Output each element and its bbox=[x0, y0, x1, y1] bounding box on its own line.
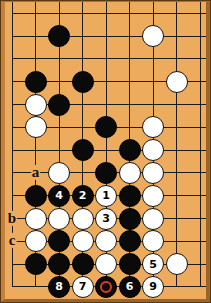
black-stone bbox=[119, 230, 141, 252]
white-stone bbox=[95, 253, 117, 275]
intersection-c7-r11[interactable] bbox=[141, 230, 165, 253]
grid-line-vertical bbox=[176, 184, 177, 207]
grid-line-vertical bbox=[12, 253, 13, 276]
intersection-c8-r5[interactable] bbox=[165, 93, 189, 116]
grid-line-vertical bbox=[106, 2, 107, 25]
grid-line-vertical bbox=[12, 184, 13, 207]
intersection-c2-r10[interactable] bbox=[24, 207, 48, 230]
grid-line-vertical bbox=[200, 139, 201, 162]
black-stone bbox=[72, 71, 94, 93]
intersection-c1-r3[interactable] bbox=[5, 48, 24, 71]
grid-line-horizontal bbox=[188, 218, 206, 219]
intersection-c3-r12[interactable] bbox=[47, 253, 71, 276]
intersection-c8-r6[interactable] bbox=[165, 116, 189, 139]
white-stone bbox=[142, 230, 164, 252]
intersection-c5-r5[interactable] bbox=[94, 93, 118, 116]
black-stone: 8 bbox=[48, 276, 70, 298]
grid-line-horizontal bbox=[188, 13, 206, 14]
grid-line-vertical bbox=[12, 93, 13, 116]
intersection-c9-r7[interactable] bbox=[188, 139, 206, 162]
grid-line-vertical bbox=[35, 139, 36, 162]
white-stone bbox=[25, 94, 47, 116]
intersection-c2-r2[interactable] bbox=[24, 25, 48, 48]
intersection-c5-r3[interactable] bbox=[94, 48, 118, 71]
grid-line-vertical bbox=[12, 116, 13, 139]
grid-line-horizontal bbox=[12, 81, 24, 82]
intersection-c7-r13[interactable]: 9 bbox=[141, 276, 165, 299]
intersection-c7-r1[interactable] bbox=[141, 2, 165, 25]
grid-line-vertical bbox=[106, 48, 107, 71]
intersection-c9-r6[interactable] bbox=[188, 116, 206, 139]
point-label-a: a bbox=[31, 165, 41, 180]
white-stone: 7 bbox=[72, 276, 94, 298]
intersection-c4-r5[interactable] bbox=[71, 93, 95, 116]
grid-line-vertical bbox=[35, 276, 36, 287]
intersection-c3-r2[interactable] bbox=[47, 25, 71, 48]
grid-line-vertical bbox=[176, 25, 177, 48]
grid-line-vertical bbox=[12, 25, 13, 48]
grid-line-horizontal bbox=[188, 286, 206, 287]
grid-line-horizontal bbox=[188, 104, 206, 105]
intersection-c9-r9[interactable] bbox=[188, 184, 206, 207]
grid-line-horizontal bbox=[12, 104, 24, 105]
grid-line-vertical bbox=[176, 116, 177, 139]
intersection-c1-r1[interactable] bbox=[5, 2, 24, 25]
intersection-c4-r13[interactable]: 7 bbox=[71, 276, 95, 299]
intersection-c5-r10[interactable]: 3 bbox=[94, 207, 118, 230]
black-stone bbox=[119, 185, 141, 207]
black-stone bbox=[119, 208, 141, 230]
intersection-c8-r12[interactable] bbox=[165, 253, 189, 276]
black-stone bbox=[72, 253, 94, 275]
grid-line-horizontal bbox=[188, 58, 206, 59]
white-stone bbox=[48, 162, 70, 184]
intersection-c5-r13[interactable] bbox=[94, 276, 118, 299]
white-stone bbox=[142, 25, 164, 47]
intersection-c8-r2[interactable] bbox=[165, 25, 189, 48]
intersection-c6-r1[interactable] bbox=[118, 2, 142, 25]
intersection-c1-r7[interactable] bbox=[5, 139, 24, 162]
grid-line-vertical bbox=[59, 139, 60, 162]
intersection-c2-r9[interactable] bbox=[24, 184, 48, 207]
intersection-c6-r3[interactable] bbox=[118, 48, 142, 71]
intersection-c9-r4[interactable] bbox=[188, 70, 206, 93]
grid-line-vertical bbox=[106, 70, 107, 93]
move-number-1: 1 bbox=[102, 190, 110, 201]
intersection-c9-r13[interactable] bbox=[188, 276, 206, 299]
intersection-c5-r11[interactable] bbox=[94, 230, 118, 253]
intersection-c2-r6[interactable] bbox=[24, 116, 48, 139]
black-stone: 6 bbox=[119, 276, 141, 298]
grid-line-horizontal bbox=[188, 127, 206, 128]
white-stone bbox=[95, 230, 117, 252]
intersection-c3-r5[interactable] bbox=[47, 93, 71, 116]
black-stone bbox=[25, 71, 47, 93]
grid-line-vertical bbox=[176, 139, 177, 162]
intersection-c2-r5[interactable] bbox=[24, 93, 48, 116]
white-stone: 9 bbox=[142, 276, 164, 298]
intersection-c4-r12[interactable] bbox=[71, 253, 95, 276]
grid-line-horizontal bbox=[188, 172, 206, 173]
grid-line-vertical bbox=[200, 48, 201, 71]
intersection-c3-r8[interactable] bbox=[47, 162, 71, 185]
grid-line-horizontal bbox=[188, 81, 206, 82]
board-grid: a421b3c58769 bbox=[5, 2, 206, 298]
white-stone bbox=[25, 116, 47, 138]
intersection-c6-r5[interactable] bbox=[118, 93, 142, 116]
grid-line-vertical bbox=[12, 162, 13, 185]
grid-line-vertical bbox=[200, 162, 201, 185]
grid-line-vertical bbox=[82, 25, 83, 48]
black-stone bbox=[48, 94, 70, 116]
intersection-c7-r7[interactable] bbox=[141, 139, 165, 162]
intersection-c1-r6[interactable] bbox=[5, 116, 24, 139]
intersection-c7-r9[interactable] bbox=[141, 184, 165, 207]
intersection-c4-r11[interactable] bbox=[71, 230, 95, 253]
intersection-c7-r6[interactable] bbox=[141, 116, 165, 139]
point-label-c: c bbox=[8, 233, 17, 248]
grid-line-vertical bbox=[176, 48, 177, 71]
grid-line-vertical bbox=[129, 93, 130, 116]
white-stone bbox=[142, 185, 164, 207]
intersection-c8-r3[interactable] bbox=[165, 48, 189, 71]
intersection-c2-r7[interactable] bbox=[24, 139, 48, 162]
black-stone bbox=[48, 253, 70, 275]
black-stone bbox=[95, 162, 117, 184]
intersection-c4-r10[interactable] bbox=[71, 207, 95, 230]
intersection-c8-r1[interactable] bbox=[165, 2, 189, 25]
grid-line-vertical bbox=[153, 70, 154, 93]
grid-line-vertical bbox=[200, 70, 201, 93]
intersection-c2-r4[interactable] bbox=[24, 70, 48, 93]
grid-line-vertical bbox=[59, 48, 60, 71]
grid-line-vertical bbox=[129, 25, 130, 48]
grid-line-horizontal bbox=[12, 286, 24, 287]
intersection-c9-r11[interactable] bbox=[188, 230, 206, 253]
black-stone bbox=[119, 139, 141, 161]
white-stone bbox=[25, 230, 47, 252]
grid-line-horizontal bbox=[188, 150, 206, 151]
intersection-c2-r3[interactable] bbox=[24, 48, 48, 71]
intersection-c1-r9[interactable] bbox=[5, 184, 24, 207]
intersection-c9-r12[interactable] bbox=[188, 253, 206, 276]
black-stone bbox=[48, 25, 70, 47]
intersection-c4-r7[interactable] bbox=[71, 139, 95, 162]
grid-line-vertical bbox=[129, 48, 130, 71]
intersection-c1-r11[interactable]: c bbox=[5, 230, 24, 253]
black-stone bbox=[48, 230, 70, 252]
grid-line-vertical bbox=[35, 48, 36, 71]
intersection-c4-r9[interactable]: 2 bbox=[71, 184, 95, 207]
intersection-c2-r1[interactable] bbox=[24, 2, 48, 25]
intersection-c3-r4[interactable] bbox=[47, 70, 71, 93]
grid-line-vertical bbox=[12, 276, 13, 287]
black-stone bbox=[25, 253, 47, 275]
intersection-c7-r2[interactable] bbox=[141, 25, 165, 48]
grid-line-vertical bbox=[153, 48, 154, 71]
move-number-6: 6 bbox=[126, 281, 134, 292]
black-stone bbox=[119, 253, 141, 275]
intersection-c4-r6[interactable] bbox=[71, 116, 95, 139]
intersection-c3-r6[interactable] bbox=[47, 116, 71, 139]
white-stone bbox=[48, 208, 70, 230]
intersection-c6-r4[interactable] bbox=[118, 70, 142, 93]
grid-line-vertical bbox=[82, 48, 83, 71]
red-circle-marker bbox=[100, 281, 112, 293]
grid-line-vertical bbox=[82, 93, 83, 116]
grid-line-vertical bbox=[176, 207, 177, 230]
intersection-c3-r9[interactable]: 4 bbox=[47, 184, 71, 207]
grid-line-horizontal bbox=[12, 58, 24, 59]
grid-line-horizontal bbox=[12, 264, 24, 265]
grid-line-horizontal bbox=[188, 36, 206, 37]
white-stone bbox=[142, 162, 164, 184]
white-stone: 5 bbox=[142, 253, 164, 275]
white-stone: 1 bbox=[95, 185, 117, 207]
black-stone bbox=[25, 185, 47, 207]
intersection-c1-r5[interactable] bbox=[5, 93, 24, 116]
intersection-c9-r2[interactable] bbox=[188, 25, 206, 48]
white-stone bbox=[166, 253, 188, 275]
intersection-c2-r13[interactable] bbox=[24, 276, 48, 299]
intersection-c9-r5[interactable] bbox=[188, 93, 206, 116]
intersection-c7-r3[interactable] bbox=[141, 48, 165, 71]
white-stone bbox=[72, 230, 94, 252]
grid-line-vertical bbox=[129, 116, 130, 139]
intersection-c8-r9[interactable] bbox=[165, 184, 189, 207]
grid-line-vertical bbox=[200, 230, 201, 253]
white-stone: 3 bbox=[95, 208, 117, 230]
intersection-c2-r12[interactable] bbox=[24, 253, 48, 276]
grid-line-vertical bbox=[129, 2, 130, 25]
intersection-c5-r8[interactable] bbox=[94, 162, 118, 185]
intersection-c1-r10[interactable]: b bbox=[5, 207, 24, 230]
move-number-5: 5 bbox=[149, 258, 157, 269]
grid-line-vertical bbox=[176, 276, 177, 287]
grid-line-horizontal bbox=[12, 150, 24, 151]
intersection-c3-r1[interactable] bbox=[47, 2, 71, 25]
intersection-c6-r6[interactable] bbox=[118, 116, 142, 139]
intersection-c7-r10[interactable] bbox=[141, 207, 165, 230]
grid-line-vertical bbox=[59, 116, 60, 139]
grid-line-vertical bbox=[12, 139, 13, 162]
intersection-c3-r7[interactable] bbox=[47, 139, 71, 162]
intersection-c6-r13[interactable]: 6 bbox=[118, 276, 142, 299]
intersection-c2-r8[interactable]: a bbox=[24, 162, 48, 185]
grid-line-vertical bbox=[200, 253, 201, 276]
grid-line-vertical bbox=[200, 2, 201, 25]
intersection-c6-r8[interactable] bbox=[118, 162, 142, 185]
intersection-c7-r4[interactable] bbox=[141, 70, 165, 93]
grid-line-horizontal bbox=[12, 36, 24, 37]
grid-line-horizontal bbox=[12, 127, 24, 128]
grid-line-vertical bbox=[200, 276, 201, 287]
intersection-c5-r7[interactable] bbox=[94, 139, 118, 162]
grid-line-vertical bbox=[176, 93, 177, 116]
black-stone: 2 bbox=[72, 185, 94, 207]
grid-line-vertical bbox=[200, 116, 201, 139]
move-number-2: 2 bbox=[79, 190, 87, 201]
intersection-c5-r1[interactable] bbox=[94, 2, 118, 25]
intersection-c7-r12[interactable]: 5 bbox=[141, 253, 165, 276]
intersection-c1-r12[interactable] bbox=[5, 253, 24, 276]
intersection-c4-r2[interactable] bbox=[71, 25, 95, 48]
grid-line-horizontal bbox=[12, 13, 24, 14]
intersection-c6-r10[interactable] bbox=[118, 207, 142, 230]
white-stone bbox=[166, 71, 188, 93]
board-clip-area: a421b3c58769 bbox=[5, 2, 206, 299]
intersection-c7-r5[interactable] bbox=[141, 93, 165, 116]
white-stone bbox=[72, 208, 94, 230]
grid-line-vertical bbox=[82, 116, 83, 139]
move-number-7: 7 bbox=[79, 281, 87, 292]
grid-line-vertical bbox=[200, 184, 201, 207]
grid-line-vertical bbox=[82, 2, 83, 25]
intersection-c3-r3[interactable] bbox=[47, 48, 71, 71]
point-label-b: b bbox=[7, 210, 17, 225]
grid-line-vertical bbox=[200, 207, 201, 230]
grid-line-vertical bbox=[106, 139, 107, 162]
intersection-c9-r8[interactable] bbox=[188, 162, 206, 185]
intersection-c5-r12[interactable] bbox=[94, 253, 118, 276]
board-frame: a421b3c58769 bbox=[1, 1, 210, 302]
grid-line-horizontal bbox=[12, 195, 24, 196]
grid-line-vertical bbox=[59, 70, 60, 93]
intersection-c6-r11[interactable] bbox=[118, 230, 142, 253]
grid-line-vertical bbox=[35, 25, 36, 48]
intersection-c1-r13[interactable] bbox=[5, 276, 24, 299]
intersection-c4-r4[interactable] bbox=[71, 70, 95, 93]
intersection-c1-r8[interactable] bbox=[5, 162, 24, 185]
grid-line-vertical bbox=[153, 93, 154, 116]
grid-line-vertical bbox=[200, 25, 201, 48]
grid-line-horizontal bbox=[12, 172, 24, 173]
white-stone bbox=[142, 208, 164, 230]
intersection-c9-r10[interactable] bbox=[188, 207, 206, 230]
grid-line-horizontal bbox=[188, 195, 206, 196]
intersection-c3-r11[interactable] bbox=[47, 230, 71, 253]
move-number-3: 3 bbox=[102, 213, 110, 224]
move-number-8: 8 bbox=[55, 281, 63, 292]
grid-line-vertical bbox=[176, 2, 177, 25]
intersection-c6-r2[interactable] bbox=[118, 25, 142, 48]
intersection-c8-r13[interactable] bbox=[165, 276, 189, 299]
intersection-c8-r8[interactable] bbox=[165, 162, 189, 185]
intersection-c8-r4[interactable] bbox=[165, 70, 189, 93]
intersection-c3-r10[interactable] bbox=[47, 207, 71, 230]
move-number-9: 9 bbox=[149, 281, 157, 292]
black-stone: 4 bbox=[48, 185, 70, 207]
grid-line-vertical bbox=[12, 48, 13, 71]
grid-line-vertical bbox=[59, 2, 60, 25]
intersection-c5-r6[interactable] bbox=[94, 116, 118, 139]
grid-line-vertical bbox=[153, 2, 154, 25]
intersection-c4-r3[interactable] bbox=[71, 48, 95, 71]
white-stone bbox=[142, 139, 164, 161]
move-number-4: 4 bbox=[55, 190, 63, 201]
intersection-c5-r4[interactable] bbox=[94, 70, 118, 93]
grid-line-vertical bbox=[12, 70, 13, 93]
intersection-c4-r8[interactable] bbox=[71, 162, 95, 185]
intersection-c7-r8[interactable] bbox=[141, 162, 165, 185]
white-stone bbox=[25, 208, 47, 230]
intersection-c9-r3[interactable] bbox=[188, 48, 206, 71]
white-stone bbox=[119, 162, 141, 184]
white-stone bbox=[142, 116, 164, 138]
grid-line-vertical bbox=[200, 93, 201, 116]
intersection-c2-r11[interactable] bbox=[24, 230, 48, 253]
grid-line-horizontal bbox=[188, 264, 206, 265]
intersection-c8-r7[interactable] bbox=[165, 139, 189, 162]
grid-line-vertical bbox=[176, 162, 177, 185]
grid-line-vertical bbox=[106, 25, 107, 48]
intersection-c8-r10[interactable] bbox=[165, 207, 189, 230]
grid-line-vertical bbox=[176, 230, 177, 253]
intersection-c4-r1[interactable] bbox=[71, 2, 95, 25]
black-stone bbox=[72, 139, 94, 161]
intersection-c1-r2[interactable] bbox=[5, 25, 24, 48]
go-diagram: a421b3c58769 bbox=[0, 0, 211, 303]
intersection-c6-r9[interactable] bbox=[118, 184, 142, 207]
grid-line-vertical bbox=[12, 2, 13, 25]
intersection-c5-r9[interactable]: 1 bbox=[94, 184, 118, 207]
grid-line-vertical bbox=[82, 162, 83, 185]
black-stone bbox=[95, 276, 117, 298]
grid-line-vertical bbox=[106, 93, 107, 116]
intersection-c1-r4[interactable] bbox=[5, 70, 24, 93]
intersection-c6-r7[interactable] bbox=[118, 139, 142, 162]
intersection-c3-r13[interactable]: 8 bbox=[47, 276, 71, 299]
black-stone bbox=[95, 116, 117, 138]
grid-line-vertical bbox=[129, 70, 130, 93]
intersection-c8-r11[interactable] bbox=[165, 230, 189, 253]
intersection-c6-r12[interactable] bbox=[118, 253, 142, 276]
intersection-c9-r1[interactable] bbox=[188, 2, 206, 25]
grid-line-vertical bbox=[35, 2, 36, 25]
grid-line-horizontal bbox=[188, 241, 206, 242]
intersection-c5-r2[interactable] bbox=[94, 25, 118, 48]
